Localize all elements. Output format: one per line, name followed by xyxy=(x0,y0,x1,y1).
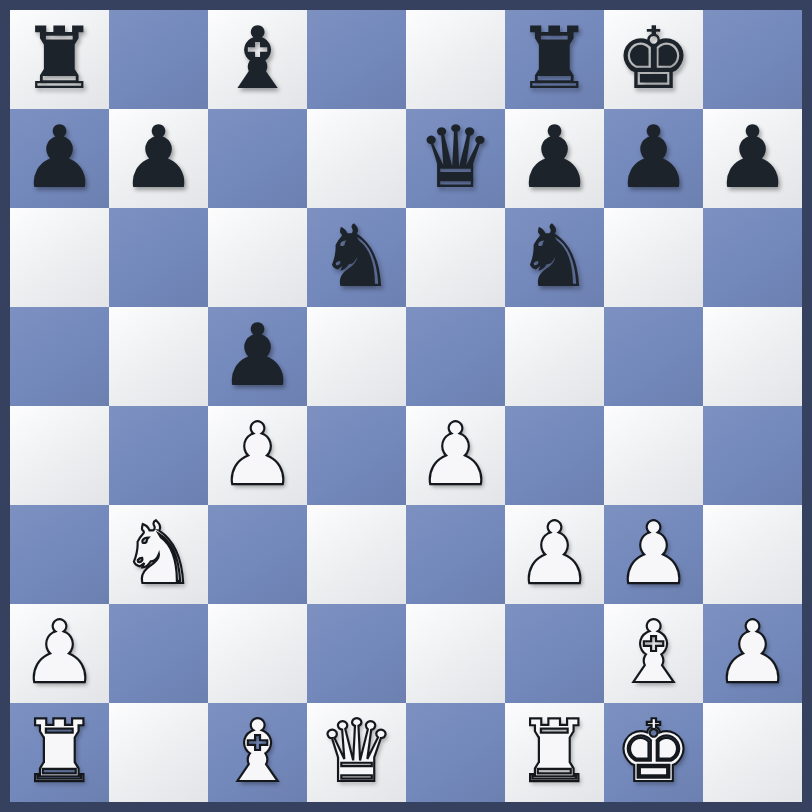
piece-white-pawn[interactable]: ♟ xyxy=(714,609,791,695)
square-b4[interactable] xyxy=(109,406,208,505)
square-g7[interactable]: ♟ xyxy=(604,109,703,208)
piece-black-rook[interactable]: ♜ xyxy=(21,15,98,101)
square-d2[interactable] xyxy=(307,604,406,703)
square-a6[interactable] xyxy=(10,208,109,307)
square-a4[interactable] xyxy=(10,406,109,505)
square-e6[interactable] xyxy=(406,208,505,307)
square-f1[interactable]: ♜ xyxy=(505,703,604,802)
square-f2[interactable] xyxy=(505,604,604,703)
piece-black-bishop[interactable]: ♝ xyxy=(219,15,296,101)
square-d1[interactable]: ♛ xyxy=(307,703,406,802)
square-g1[interactable]: ♚ xyxy=(604,703,703,802)
square-h3[interactable] xyxy=(703,505,802,604)
board: ♜♝♜♚♟♟♛♟♟♟♞♞♟♟♟♞♟♟♟♝♟♜♝♛♜♚ xyxy=(10,10,802,802)
square-g4[interactable] xyxy=(604,406,703,505)
square-b2[interactable] xyxy=(109,604,208,703)
square-f7[interactable]: ♟ xyxy=(505,109,604,208)
square-e1[interactable] xyxy=(406,703,505,802)
piece-white-king[interactable]: ♚ xyxy=(615,708,692,794)
square-e7[interactable]: ♛ xyxy=(406,109,505,208)
piece-white-pawn[interactable]: ♟ xyxy=(516,510,593,596)
piece-white-knight[interactable]: ♞ xyxy=(120,510,197,596)
piece-white-queen[interactable]: ♛ xyxy=(318,708,395,794)
square-a3[interactable] xyxy=(10,505,109,604)
square-g3[interactable]: ♟ xyxy=(604,505,703,604)
square-e4[interactable]: ♟ xyxy=(406,406,505,505)
square-f8[interactable]: ♜ xyxy=(505,10,604,109)
square-c3[interactable] xyxy=(208,505,307,604)
piece-black-knight[interactable]: ♞ xyxy=(318,213,395,299)
square-c5[interactable]: ♟ xyxy=(208,307,307,406)
square-d7[interactable] xyxy=(307,109,406,208)
piece-white-rook[interactable]: ♜ xyxy=(21,708,98,794)
square-a5[interactable] xyxy=(10,307,109,406)
piece-white-bishop[interactable]: ♝ xyxy=(615,609,692,695)
piece-black-pawn[interactable]: ♟ xyxy=(120,114,197,200)
square-f6[interactable]: ♞ xyxy=(505,208,604,307)
square-d3[interactable] xyxy=(307,505,406,604)
square-e3[interactable] xyxy=(406,505,505,604)
square-h1[interactable] xyxy=(703,703,802,802)
square-f4[interactable] xyxy=(505,406,604,505)
piece-white-pawn[interactable]: ♟ xyxy=(21,609,98,695)
square-e2[interactable] xyxy=(406,604,505,703)
piece-white-pawn[interactable]: ♟ xyxy=(417,411,494,497)
square-b6[interactable] xyxy=(109,208,208,307)
square-c1[interactable]: ♝ xyxy=(208,703,307,802)
square-d6[interactable]: ♞ xyxy=(307,208,406,307)
square-c8[interactable]: ♝ xyxy=(208,10,307,109)
square-b3[interactable]: ♞ xyxy=(109,505,208,604)
piece-black-pawn[interactable]: ♟ xyxy=(21,114,98,200)
piece-black-king[interactable]: ♚ xyxy=(615,15,692,101)
square-a2[interactable]: ♟ xyxy=(10,604,109,703)
piece-white-pawn[interactable]: ♟ xyxy=(219,411,296,497)
piece-black-pawn[interactable]: ♟ xyxy=(615,114,692,200)
square-h6[interactable] xyxy=(703,208,802,307)
square-c6[interactable] xyxy=(208,208,307,307)
square-h8[interactable] xyxy=(703,10,802,109)
square-d4[interactable] xyxy=(307,406,406,505)
piece-white-rook[interactable]: ♜ xyxy=(516,708,593,794)
square-b8[interactable] xyxy=(109,10,208,109)
piece-black-queen[interactable]: ♛ xyxy=(417,114,494,200)
square-h4[interactable] xyxy=(703,406,802,505)
square-b1[interactable] xyxy=(109,703,208,802)
square-a1[interactable]: ♜ xyxy=(10,703,109,802)
square-e8[interactable] xyxy=(406,10,505,109)
square-g8[interactable]: ♚ xyxy=(604,10,703,109)
square-h2[interactable]: ♟ xyxy=(703,604,802,703)
square-c2[interactable] xyxy=(208,604,307,703)
square-h5[interactable] xyxy=(703,307,802,406)
square-c7[interactable] xyxy=(208,109,307,208)
square-d5[interactable] xyxy=(307,307,406,406)
square-f5[interactable] xyxy=(505,307,604,406)
piece-white-pawn[interactable]: ♟ xyxy=(615,510,692,596)
square-f3[interactable]: ♟ xyxy=(505,505,604,604)
square-g5[interactable] xyxy=(604,307,703,406)
square-d8[interactable] xyxy=(307,10,406,109)
chess-board-frame: ♜♝♜♚♟♟♛♟♟♟♞♞♟♟♟♞♟♟♟♝♟♜♝♛♜♚ xyxy=(0,0,812,812)
square-a7[interactable]: ♟ xyxy=(10,109,109,208)
piece-black-pawn[interactable]: ♟ xyxy=(516,114,593,200)
piece-black-rook[interactable]: ♜ xyxy=(516,15,593,101)
square-b5[interactable] xyxy=(109,307,208,406)
piece-white-bishop[interactable]: ♝ xyxy=(219,708,296,794)
square-e5[interactable] xyxy=(406,307,505,406)
square-g2[interactable]: ♝ xyxy=(604,604,703,703)
piece-black-knight[interactable]: ♞ xyxy=(516,213,593,299)
piece-black-pawn[interactable]: ♟ xyxy=(219,312,296,398)
piece-black-pawn[interactable]: ♟ xyxy=(714,114,791,200)
square-h7[interactable]: ♟ xyxy=(703,109,802,208)
square-b7[interactable]: ♟ xyxy=(109,109,208,208)
square-a8[interactable]: ♜ xyxy=(10,10,109,109)
square-c4[interactable]: ♟ xyxy=(208,406,307,505)
square-g6[interactable] xyxy=(604,208,703,307)
